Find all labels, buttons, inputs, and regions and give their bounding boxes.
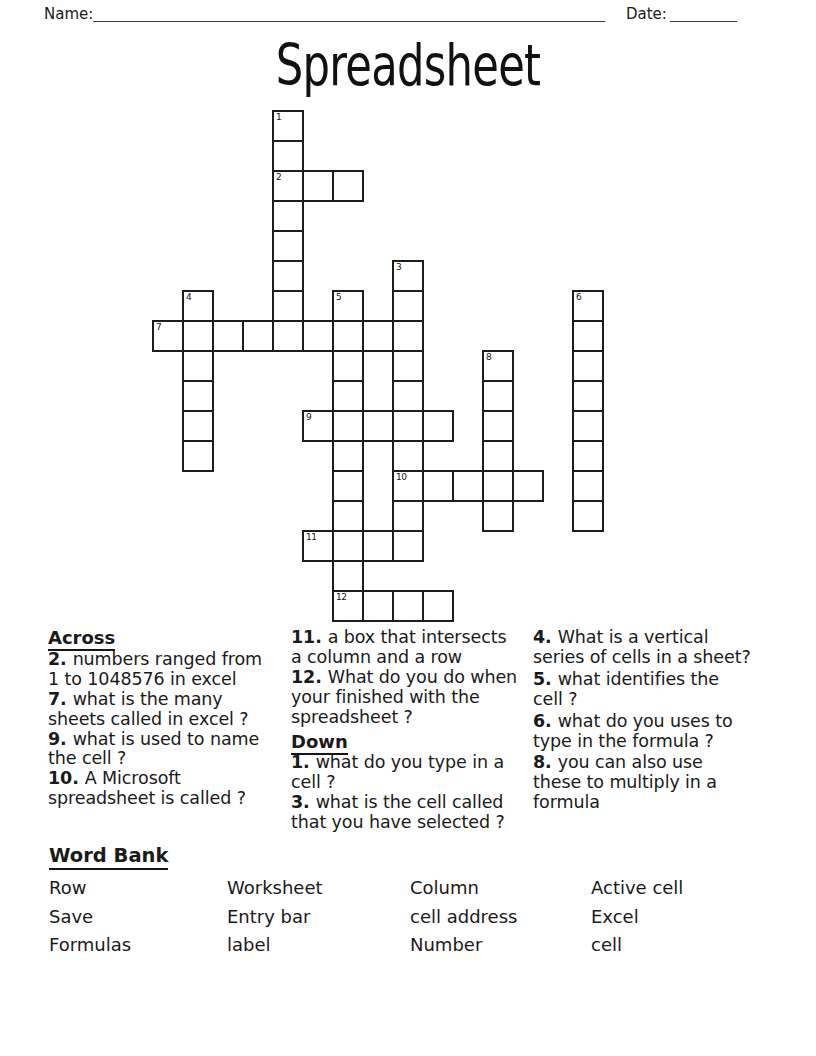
clue-10: 10. A Microsoftspreadsheet is called ? — [48, 769, 262, 809]
clues-across-heading: Across — [48, 628, 262, 648]
grid-cell-r16c6[interactable]: 12 — [332, 590, 364, 622]
grid-cell-r7c1[interactable] — [182, 320, 214, 352]
grid-cell-r14c7[interactable] — [362, 530, 394, 562]
grid-cell-r14c5[interactable]: 11 — [302, 530, 334, 562]
clue-5: 5. what identifies thecell ? — [533, 670, 751, 710]
clue-number-12: 12 — [336, 593, 346, 602]
clues-down-heading: Down — [291, 732, 517, 752]
clue-12: 12. What do you do whenyour finished wit… — [291, 668, 517, 728]
name-label: Name: — [44, 5, 93, 23]
clue-number-8: 8 — [486, 353, 491, 362]
grid-cell-r7c0[interactable]: 7 — [152, 320, 184, 352]
grid-cell-r10c5[interactable]: 9 — [302, 410, 334, 442]
word-bank-column-2: WorksheetEntry barlabel — [227, 874, 323, 960]
grid-cell-r0c4[interactable]: 1 — [272, 110, 304, 142]
grid-cell-r11c1[interactable] — [182, 440, 214, 472]
grid-cell-r9c6[interactable] — [332, 380, 364, 412]
grid-cell-r14c8[interactable] — [392, 530, 424, 562]
grid-cell-r11c14[interactable] — [572, 440, 604, 472]
grid-cell-r12c11[interactable] — [482, 470, 514, 502]
word-bank-heading: Word Bank — [49, 845, 769, 867]
grid-cell-r7c14[interactable] — [572, 320, 604, 352]
word-bank-column-4: Active cellExcelcell — [591, 874, 683, 960]
clue-1: 1. what do you type in acell ? — [291, 753, 517, 793]
grid-cell-r6c8[interactable] — [392, 290, 424, 322]
grid-cell-r7c4[interactable] — [272, 320, 304, 352]
word-bank-word: Column — [410, 874, 517, 903]
grid-cell-r12c10[interactable] — [452, 470, 484, 502]
grid-cell-r12c14[interactable] — [572, 470, 604, 502]
clue-column-1: Across2. numbers ranged from1 to 1048576… — [48, 628, 262, 809]
grid-cell-r13c14[interactable] — [572, 500, 604, 532]
grid-cell-r8c11[interactable]: 8 — [482, 350, 514, 382]
grid-cell-r5c4[interactable] — [272, 260, 304, 292]
grid-cell-r10c6[interactable] — [332, 410, 364, 442]
word-bank-word: Number — [410, 931, 517, 960]
grid-cell-r4c4[interactable] — [272, 230, 304, 262]
word-bank-word: Excel — [591, 903, 683, 932]
crossword-worksheet-page: Name: Date: Spreadsheet 123456789101112 … — [0, 0, 816, 1056]
word-bank: Word Bank RowSaveFormulasWorksheetEntry … — [49, 845, 769, 965]
grid-cell-r2c6[interactable] — [332, 170, 364, 202]
word-bank-word: Row — [49, 874, 131, 903]
word-bank-word: label — [227, 931, 323, 960]
clue-number-11: 11 — [306, 533, 316, 542]
word-bank-word: Worksheet — [227, 874, 323, 903]
clue-number-6: 6 — [576, 293, 581, 302]
grid-cell-r8c14[interactable] — [572, 350, 604, 382]
grid-cell-r10c7[interactable] — [362, 410, 394, 442]
grid-cell-r15c6[interactable] — [332, 560, 364, 592]
grid-cell-r7c3[interactable] — [242, 320, 274, 352]
grid-cell-r8c6[interactable] — [332, 350, 364, 382]
word-bank-word: cell — [591, 931, 683, 960]
date-input-line[interactable] — [670, 2, 737, 22]
grid-cell-r9c8[interactable] — [392, 380, 424, 412]
grid-cell-r7c8[interactable] — [392, 320, 424, 352]
clue-number-10: 10 — [396, 473, 406, 482]
word-bank-word: Formulas — [49, 931, 131, 960]
grid-cell-r10c11[interactable] — [482, 410, 514, 442]
clue-number-9: 9 — [306, 413, 311, 422]
grid-cell-r5c8[interactable]: 3 — [392, 260, 424, 292]
grid-cell-r12c12[interactable] — [512, 470, 544, 502]
clue-8: 8. you can also usethese to multiply in … — [533, 753, 751, 813]
grid-cell-r3c4[interactable] — [272, 200, 304, 232]
word-bank-column-3: Columncell addressNumber — [410, 874, 517, 960]
grid-cell-r11c6[interactable] — [332, 440, 364, 472]
grid-cell-r8c8[interactable] — [392, 350, 424, 382]
clue-column-2: 11. a box that intersectsa column and a … — [291, 628, 517, 833]
grid-cell-r13c11[interactable] — [482, 500, 514, 532]
grid-cell-r11c11[interactable] — [482, 440, 514, 472]
date-label: Date: — [626, 5, 667, 23]
clue-number-3: 3 — [396, 263, 401, 272]
clue-3: 3. what is the cell calledthat you have … — [291, 793, 517, 833]
clue-number-5: 5 — [336, 293, 341, 302]
grid-cell-r12c6[interactable] — [332, 470, 364, 502]
clue-number-1: 1 — [276, 113, 281, 122]
grid-cell-r9c11[interactable] — [482, 380, 514, 412]
clue-number-4: 4 — [186, 293, 191, 302]
grid-cell-r16c9[interactable] — [422, 590, 454, 622]
clue-2: 2. numbers ranged from1 to 1048576 in ex… — [48, 650, 262, 690]
grid-cell-r6c14[interactable]: 6 — [572, 290, 604, 322]
grid-cell-r10c14[interactable] — [572, 410, 604, 442]
grid-cell-r10c1[interactable] — [182, 410, 214, 442]
grid-cell-r1c4[interactable] — [272, 140, 304, 172]
puzzle-title: Spreadsheet — [0, 36, 816, 94]
grid-cell-r7c5[interactable] — [302, 320, 334, 352]
crossword-grid: 123456789101112 — [152, 110, 604, 622]
grid-cell-r6c6[interactable]: 5 — [332, 290, 364, 322]
grid-cell-r10c8[interactable] — [392, 410, 424, 442]
grid-cell-r16c8[interactable] — [392, 590, 424, 622]
clue-11: 11. a box that intersectsa column and a … — [291, 628, 517, 668]
grid-cell-r7c7[interactable] — [362, 320, 394, 352]
word-bank-word: Active cell — [591, 874, 683, 903]
grid-cell-r2c4[interactable]: 2 — [272, 170, 304, 202]
grid-cell-r2c5[interactable] — [302, 170, 334, 202]
grid-cell-r6c1[interactable]: 4 — [182, 290, 214, 322]
grid-cell-r7c6[interactable] — [332, 320, 364, 352]
grid-cell-r9c1[interactable] — [182, 380, 214, 412]
grid-cell-r16c7[interactable] — [362, 590, 394, 622]
grid-cell-r12c8[interactable]: 10 — [392, 470, 424, 502]
grid-cell-r12c9[interactable] — [422, 470, 454, 502]
clue-7: 7. what is the manysheets called in exce… — [48, 690, 262, 730]
name-input-line[interactable] — [93, 2, 605, 22]
clue-6: 6. what do you uses totype in the formul… — [533, 712, 751, 752]
grid-cell-r14c6[interactable] — [332, 530, 364, 562]
clue-number-2: 2 — [276, 173, 281, 182]
word-bank-column-1: RowSaveFormulas — [49, 874, 131, 960]
grid-cell-r9c14[interactable] — [572, 380, 604, 412]
clue-9: 9. what is used to namethe cell ? — [48, 730, 262, 770]
word-bank-word: Entry bar — [227, 903, 323, 932]
grid-cell-r13c6[interactable] — [332, 500, 364, 532]
word-bank-word: cell address — [410, 903, 517, 932]
grid-cell-r8c1[interactable] — [182, 350, 214, 382]
grid-cell-r7c2[interactable] — [212, 320, 244, 352]
grid-cell-r6c4[interactable] — [272, 290, 304, 322]
clue-column-3: 4. What is a verticalseries of cells in … — [533, 628, 751, 815]
clue-number-7: 7 — [156, 323, 161, 332]
clue-4: 4. What is a verticalseries of cells in … — [533, 628, 751, 668]
grid-cell-r10c9[interactable] — [422, 410, 454, 442]
grid-cell-r13c8[interactable] — [392, 500, 424, 532]
grid-cell-r11c8[interactable] — [392, 440, 424, 472]
word-bank-word: Save — [49, 903, 131, 932]
